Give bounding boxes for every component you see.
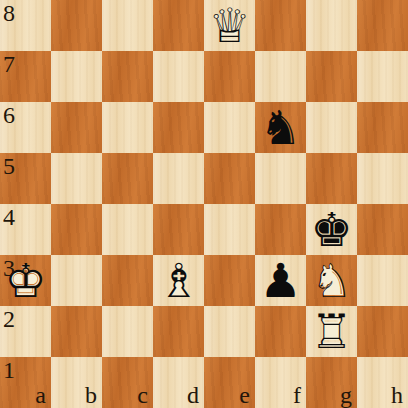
square-c1[interactable]: c	[102, 357, 153, 408]
white-bishop[interactable]: ♝♗	[153, 255, 204, 306]
white-rook-outline: ♖	[306, 306, 357, 357]
square-h2[interactable]	[357, 306, 408, 357]
square-d8[interactable]	[153, 0, 204, 51]
rank-label-2: 2	[3, 307, 15, 331]
square-a4[interactable]: 4	[0, 204, 51, 255]
square-e4[interactable]	[204, 204, 255, 255]
square-c7[interactable]	[102, 51, 153, 102]
file-label-b: b	[85, 383, 97, 407]
white-queen-outline: ♕	[204, 0, 255, 51]
rank-label-7: 7	[3, 52, 15, 76]
square-c8[interactable]	[102, 0, 153, 51]
square-g4[interactable]: ♚	[306, 204, 357, 255]
square-h3[interactable]	[357, 255, 408, 306]
square-f8[interactable]	[255, 0, 306, 51]
square-d2[interactable]	[153, 306, 204, 357]
black-king[interactable]: ♚	[306, 204, 357, 255]
white-king[interactable]: ♚♔	[0, 255, 51, 306]
square-c2[interactable]	[102, 306, 153, 357]
file-label-f: f	[293, 383, 301, 407]
white-queen[interactable]: ♛♕	[204, 0, 255, 51]
square-e5[interactable]	[204, 153, 255, 204]
black-king-glyph: ♚	[306, 204, 357, 255]
square-h5[interactable]	[357, 153, 408, 204]
square-a6[interactable]: 6	[0, 102, 51, 153]
square-g6[interactable]	[306, 102, 357, 153]
square-f3[interactable]: ♟	[255, 255, 306, 306]
square-e7[interactable]	[204, 51, 255, 102]
square-g5[interactable]	[306, 153, 357, 204]
square-e2[interactable]	[204, 306, 255, 357]
white-bishop-outline: ♗	[153, 255, 204, 306]
square-d6[interactable]	[153, 102, 204, 153]
square-f4[interactable]	[255, 204, 306, 255]
square-d3[interactable]: ♝♗	[153, 255, 204, 306]
square-a1[interactable]: 1a	[0, 357, 51, 408]
square-b4[interactable]	[51, 204, 102, 255]
file-label-a: a	[35, 383, 46, 407]
square-b5[interactable]	[51, 153, 102, 204]
black-knight-glyph: ♞	[255, 102, 306, 153]
square-b3[interactable]	[51, 255, 102, 306]
square-g7[interactable]	[306, 51, 357, 102]
square-f6[interactable]: ♞	[255, 102, 306, 153]
square-h1[interactable]: h	[357, 357, 408, 408]
rank-label-8: 8	[3, 1, 15, 25]
rank-label-6: 6	[3, 103, 15, 127]
square-d5[interactable]	[153, 153, 204, 204]
square-e1[interactable]: e	[204, 357, 255, 408]
file-label-c: c	[137, 383, 148, 407]
square-e6[interactable]	[204, 102, 255, 153]
square-h4[interactable]	[357, 204, 408, 255]
square-c5[interactable]	[102, 153, 153, 204]
file-label-d: d	[187, 383, 199, 407]
square-c6[interactable]	[102, 102, 153, 153]
white-rook[interactable]: ♜♖	[306, 306, 357, 357]
file-label-e: e	[239, 383, 250, 407]
square-a5[interactable]: 5	[0, 153, 51, 204]
square-d7[interactable]	[153, 51, 204, 102]
black-knight[interactable]: ♞	[255, 102, 306, 153]
square-g1[interactable]: g	[306, 357, 357, 408]
file-label-h: h	[391, 383, 403, 407]
black-pawn-glyph: ♟	[255, 255, 306, 306]
square-f7[interactable]	[255, 51, 306, 102]
square-b7[interactable]	[51, 51, 102, 102]
square-f1[interactable]: f	[255, 357, 306, 408]
file-label-g: g	[340, 383, 352, 407]
chess-board: 8♛♕76♞54♚♚♔3♝♗♟♞♘2♜♖1abcdefgh	[0, 0, 408, 408]
square-g3[interactable]: ♞♘	[306, 255, 357, 306]
square-h8[interactable]	[357, 0, 408, 51]
square-c4[interactable]	[102, 204, 153, 255]
square-b6[interactable]	[51, 102, 102, 153]
square-e3[interactable]	[204, 255, 255, 306]
rank-label-4: 4	[3, 205, 15, 229]
rank-label-5: 5	[3, 154, 15, 178]
square-d1[interactable]: d	[153, 357, 204, 408]
square-g8[interactable]	[306, 0, 357, 51]
square-c3[interactable]	[102, 255, 153, 306]
square-f2[interactable]	[255, 306, 306, 357]
rank-label-1: 1	[3, 358, 15, 382]
square-a3[interactable]: ♚♔3	[0, 255, 51, 306]
square-g2[interactable]: ♜♖	[306, 306, 357, 357]
white-knight[interactable]: ♞♘	[306, 255, 357, 306]
square-b1[interactable]: b	[51, 357, 102, 408]
square-h6[interactable]	[357, 102, 408, 153]
square-b8[interactable]	[51, 0, 102, 51]
square-a8[interactable]: 8	[0, 0, 51, 51]
square-b2[interactable]	[51, 306, 102, 357]
square-d4[interactable]	[153, 204, 204, 255]
square-h7[interactable]	[357, 51, 408, 102]
white-knight-outline: ♘	[306, 255, 357, 306]
white-king-outline: ♔	[0, 255, 51, 306]
square-f5[interactable]	[255, 153, 306, 204]
square-e8[interactable]: ♛♕	[204, 0, 255, 51]
square-a2[interactable]: 2	[0, 306, 51, 357]
black-pawn[interactable]: ♟	[255, 255, 306, 306]
square-a7[interactable]: 7	[0, 51, 51, 102]
